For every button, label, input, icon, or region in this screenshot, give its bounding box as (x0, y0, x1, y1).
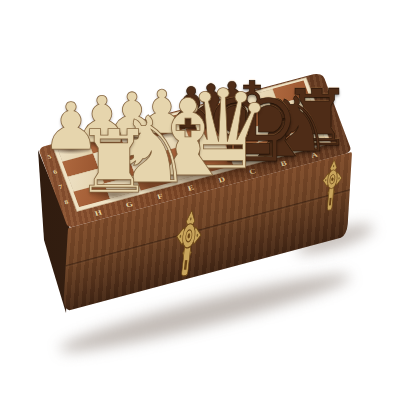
chess-box-scene: HGFEDCBA 5678 ♜♞♝♛♚♝♞♜♟♟♟♟♟♟♟ (0, 0, 400, 400)
piece-white-rook-h8: ♜ (75, 119, 153, 206)
